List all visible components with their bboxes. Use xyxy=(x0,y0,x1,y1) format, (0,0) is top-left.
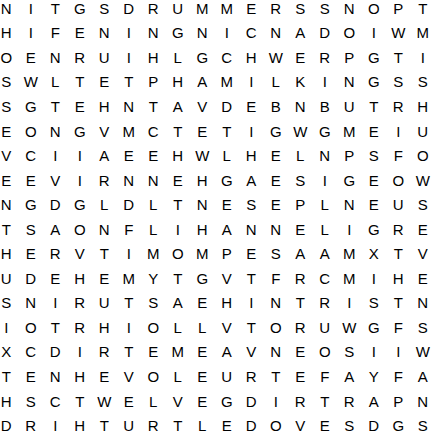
grid-cell[interactable]: E xyxy=(19,168,44,193)
grid-cell[interactable]: E xyxy=(288,217,313,242)
grid-cell[interactable]: N xyxy=(264,340,289,365)
grid-cell[interactable]: L xyxy=(141,217,166,242)
grid-cell[interactable]: I xyxy=(386,119,411,144)
grid-cell[interactable]: I xyxy=(411,45,436,70)
grid-cell[interactable]: H xyxy=(166,143,191,168)
grid-cell[interactable]: E xyxy=(239,94,264,119)
grid-cell[interactable]: G xyxy=(68,0,93,21)
grid-cell[interactable]: I xyxy=(68,143,93,168)
grid-cell[interactable]: B xyxy=(313,94,338,119)
grid-cell[interactable]: W xyxy=(264,45,289,70)
grid-cell[interactable]: O xyxy=(264,413,289,436)
grid-cell[interactable]: E xyxy=(411,266,436,291)
grid-cell[interactable]: L xyxy=(141,389,166,414)
grid-cell[interactable]: V xyxy=(190,94,215,119)
grid-cell[interactable]: E xyxy=(0,168,19,193)
grid-cell[interactable]: I xyxy=(68,340,93,365)
grid-cell[interactable]: C xyxy=(215,45,240,70)
grid-cell[interactable]: N xyxy=(141,168,166,193)
grid-cell[interactable]: A xyxy=(43,217,68,242)
grid-cell[interactable]: N xyxy=(43,364,68,389)
grid-cell[interactable]: S xyxy=(19,217,44,242)
grid-cell[interactable]: C xyxy=(43,389,68,414)
grid-cell[interactable]: S xyxy=(411,413,436,436)
grid-cell[interactable]: V xyxy=(239,340,264,365)
grid-cell[interactable]: W xyxy=(386,21,411,46)
grid-cell[interactable]: H xyxy=(239,45,264,70)
grid-cell[interactable]: U xyxy=(166,0,191,21)
grid-cell[interactable]: L xyxy=(190,413,215,436)
grid-cell[interactable]: S xyxy=(239,192,264,217)
grid-cell[interactable]: I xyxy=(215,21,240,46)
grid-cell[interactable]: N xyxy=(141,21,166,46)
grid-cell[interactable]: R xyxy=(313,291,338,316)
grid-cell[interactable]: S xyxy=(313,0,338,21)
grid-cell[interactable]: E xyxy=(92,364,117,389)
grid-cell[interactable]: I xyxy=(239,291,264,316)
grid-cell[interactable]: F xyxy=(386,143,411,168)
grid-cell[interactable]: R xyxy=(68,291,93,316)
grid-cell[interactable]: L xyxy=(166,45,191,70)
grid-cell[interactable]: B xyxy=(264,94,289,119)
grid-cell[interactable]: A xyxy=(166,291,191,316)
grid-cell[interactable]: I xyxy=(313,70,338,95)
grid-cell[interactable]: S xyxy=(411,70,436,95)
grid-cell[interactable]: E xyxy=(215,413,240,436)
grid-cell[interactable]: I xyxy=(362,340,387,365)
grid-cell[interactable]: T xyxy=(239,266,264,291)
grid-cell[interactable]: N xyxy=(92,21,117,46)
grid-cell[interactable]: P xyxy=(337,143,362,168)
grid-cell[interactable]: E xyxy=(68,21,93,46)
grid-cell[interactable]: V xyxy=(43,168,68,193)
grid-cell[interactable]: D xyxy=(215,94,240,119)
grid-cell[interactable]: E xyxy=(43,266,68,291)
grid-cell[interactable]: P xyxy=(337,45,362,70)
grid-cell[interactable]: T xyxy=(68,389,93,414)
grid-cell[interactable]: R xyxy=(141,413,166,436)
grid-cell[interactable]: T xyxy=(43,315,68,340)
grid-cell[interactable]: S xyxy=(337,413,362,436)
grid-cell[interactable]: E xyxy=(288,45,313,70)
grid-cell[interactable]: I xyxy=(43,143,68,168)
grid-cell[interactable]: X xyxy=(0,340,19,365)
grid-cell[interactable]: V xyxy=(411,241,436,266)
grid-cell[interactable]: E xyxy=(362,119,387,144)
grid-cell[interactable]: D xyxy=(239,389,264,414)
grid-cell[interactable]: S xyxy=(0,291,19,316)
grid-cell[interactable]: E xyxy=(19,45,44,70)
grid-cell[interactable]: T xyxy=(0,217,19,242)
grid-cell[interactable]: R xyxy=(92,340,117,365)
grid-cell[interactable]: H xyxy=(239,143,264,168)
grid-cell[interactable]: N xyxy=(264,291,289,316)
grid-cell[interactable]: E xyxy=(68,94,93,119)
grid-cell[interactable]: E xyxy=(190,340,215,365)
grid-cell[interactable]: C xyxy=(19,143,44,168)
grid-cell[interactable]: A xyxy=(239,168,264,193)
grid-cell[interactable]: T xyxy=(117,340,142,365)
grid-cell[interactable]: O xyxy=(386,168,411,193)
grid-cell[interactable]: T xyxy=(92,413,117,436)
grid-cell[interactable]: O xyxy=(264,315,289,340)
grid-cell[interactable]: G xyxy=(19,94,44,119)
grid-cell[interactable]: G xyxy=(190,45,215,70)
grid-cell[interactable]: N xyxy=(337,192,362,217)
grid-cell[interactable]: Y xyxy=(362,364,387,389)
grid-cell[interactable]: T xyxy=(239,315,264,340)
grid-cell[interactable]: L xyxy=(313,217,338,242)
grid-cell[interactable]: T xyxy=(166,119,191,144)
grid-cell[interactable]: U xyxy=(313,315,338,340)
grid-cell[interactable]: I xyxy=(166,217,191,242)
grid-cell[interactable]: R xyxy=(337,389,362,414)
grid-cell[interactable]: C xyxy=(141,119,166,144)
grid-cell[interactable]: G xyxy=(215,168,240,193)
grid-cell[interactable]: N xyxy=(337,0,362,21)
grid-cell[interactable]: W xyxy=(92,389,117,414)
grid-cell[interactable]: T xyxy=(92,241,117,266)
grid-cell[interactable]: R xyxy=(288,315,313,340)
grid-cell[interactable]: F xyxy=(313,364,338,389)
grid-cell[interactable]: L xyxy=(190,315,215,340)
grid-cell[interactable]: G xyxy=(68,192,93,217)
grid-cell[interactable]: N xyxy=(43,45,68,70)
grid-cell[interactable]: E xyxy=(239,241,264,266)
grid-cell[interactable]: M xyxy=(337,266,362,291)
grid-cell[interactable]: M xyxy=(190,241,215,266)
grid-cell[interactable]: S xyxy=(337,340,362,365)
grid-cell[interactable]: M xyxy=(337,241,362,266)
grid-cell[interactable]: H xyxy=(166,70,191,95)
grid-cell[interactable]: S xyxy=(362,291,387,316)
grid-cell[interactable]: T xyxy=(166,413,191,436)
grid-cell[interactable]: A xyxy=(288,21,313,46)
grid-cell[interactable]: G xyxy=(337,168,362,193)
grid-cell[interactable]: E xyxy=(141,143,166,168)
grid-cell[interactable]: N xyxy=(92,217,117,242)
grid-cell[interactable]: P xyxy=(141,70,166,95)
grid-cell[interactable]: S xyxy=(411,192,436,217)
grid-cell[interactable]: N xyxy=(117,94,142,119)
grid-cell[interactable]: R xyxy=(92,168,117,193)
grid-cell[interactable]: G xyxy=(264,119,289,144)
grid-cell[interactable]: V xyxy=(215,315,240,340)
grid-cell[interactable]: H xyxy=(0,21,19,46)
grid-cell[interactable]: G xyxy=(386,413,411,436)
grid-cell[interactable]: P xyxy=(386,389,411,414)
grid-cell[interactable]: W xyxy=(411,340,436,365)
grid-cell[interactable]: D xyxy=(239,413,264,436)
grid-cell[interactable]: H xyxy=(0,389,19,414)
grid-cell[interactable]: U xyxy=(117,413,142,436)
grid-cell[interactable]: I xyxy=(117,315,142,340)
grid-cell[interactable]: T xyxy=(0,364,19,389)
grid-cell[interactable]: E xyxy=(411,217,436,242)
grid-cell[interactable]: V xyxy=(92,119,117,144)
grid-cell[interactable]: R xyxy=(313,45,338,70)
grid-cell[interactable]: E xyxy=(0,119,19,144)
grid-cell[interactable]: H xyxy=(0,241,19,266)
grid-cell[interactable]: W xyxy=(19,70,44,95)
grid-cell[interactable]: L xyxy=(141,192,166,217)
grid-cell[interactable]: N xyxy=(337,70,362,95)
grid-cell[interactable]: C xyxy=(19,340,44,365)
grid-cell[interactable]: C xyxy=(239,21,264,46)
grid-cell[interactable]: U xyxy=(92,45,117,70)
grid-cell[interactable]: S xyxy=(264,241,289,266)
grid-cell[interactable]: R xyxy=(239,364,264,389)
grid-cell[interactable]: N xyxy=(19,291,44,316)
grid-cell[interactable]: S xyxy=(288,0,313,21)
grid-cell[interactable]: A xyxy=(215,340,240,365)
grid-cell[interactable]: N xyxy=(313,143,338,168)
grid-cell[interactable]: E xyxy=(288,364,313,389)
grid-cell[interactable]: N xyxy=(43,119,68,144)
grid-cell[interactable]: E xyxy=(117,389,142,414)
grid-cell[interactable]: I xyxy=(313,168,338,193)
grid-cell[interactable]: H xyxy=(386,266,411,291)
grid-cell[interactable]: O xyxy=(19,119,44,144)
grid-cell[interactable]: H xyxy=(92,94,117,119)
grid-cell[interactable]: R xyxy=(264,0,289,21)
grid-cell[interactable]: Y xyxy=(141,266,166,291)
grid-cell[interactable]: I xyxy=(43,413,68,436)
grid-cell[interactable]: T xyxy=(288,291,313,316)
grid-cell[interactable]: H xyxy=(411,94,436,119)
grid-cell[interactable]: W xyxy=(411,168,436,193)
grid-cell[interactable]: N xyxy=(411,389,436,414)
grid-cell[interactable]: I xyxy=(0,315,19,340)
grid-cell[interactable]: I xyxy=(239,70,264,95)
grid-cell[interactable]: W xyxy=(337,315,362,340)
grid-cell[interactable]: D xyxy=(0,413,19,436)
grid-cell[interactable]: T xyxy=(313,389,338,414)
grid-cell[interactable]: I xyxy=(68,168,93,193)
grid-cell[interactable]: G xyxy=(362,217,387,242)
grid-cell[interactable]: E xyxy=(19,241,44,266)
grid-cell[interactable]: H xyxy=(68,364,93,389)
grid-cell[interactable]: R xyxy=(19,413,44,436)
grid-cell[interactable]: G xyxy=(362,70,387,95)
grid-cell[interactable]: W xyxy=(190,143,215,168)
grid-cell[interactable]: H xyxy=(68,266,93,291)
grid-cell[interactable]: G xyxy=(68,119,93,144)
grid-cell[interactable]: E xyxy=(190,291,215,316)
grid-cell[interactable]: I xyxy=(19,21,44,46)
grid-cell[interactable]: N xyxy=(264,217,289,242)
grid-cell[interactable]: T xyxy=(166,192,191,217)
grid-cell[interactable]: R xyxy=(68,45,93,70)
grid-cell[interactable]: M xyxy=(166,340,191,365)
grid-cell[interactable]: G xyxy=(362,315,387,340)
grid-cell[interactable]: G xyxy=(19,192,44,217)
grid-cell[interactable]: M xyxy=(117,266,142,291)
grid-cell[interactable]: N xyxy=(411,291,436,316)
grid-cell[interactable]: K xyxy=(288,70,313,95)
grid-cell[interactable]: S xyxy=(0,94,19,119)
grid-cell[interactable]: N xyxy=(0,0,19,21)
grid-cell[interactable]: N xyxy=(190,21,215,46)
grid-cell[interactable]: A xyxy=(92,143,117,168)
grid-cell[interactable]: M xyxy=(215,70,240,95)
grid-cell[interactable]: L xyxy=(43,70,68,95)
grid-cell[interactable]: U xyxy=(411,119,436,144)
grid-cell[interactable]: V xyxy=(288,413,313,436)
grid-cell[interactable]: T xyxy=(362,94,387,119)
grid-cell[interactable]: U xyxy=(386,192,411,217)
grid-cell[interactable]: R xyxy=(43,241,68,266)
grid-cell[interactable]: O xyxy=(141,364,166,389)
grid-cell[interactable]: U xyxy=(92,291,117,316)
grid-cell[interactable]: D xyxy=(43,192,68,217)
grid-cell[interactable]: X xyxy=(362,241,387,266)
grid-cell[interactable]: M xyxy=(215,0,240,21)
grid-cell[interactable]: S xyxy=(19,389,44,414)
grid-cell[interactable]: W xyxy=(288,119,313,144)
grid-cell[interactable]: A xyxy=(190,70,215,95)
grid-cell[interactable]: A xyxy=(337,364,362,389)
grid-cell[interactable]: V xyxy=(215,266,240,291)
grid-cell[interactable]: T xyxy=(117,291,142,316)
grid-cell[interactable]: G xyxy=(362,45,387,70)
grid-cell[interactable]: O xyxy=(411,143,436,168)
grid-cell[interactable]: E xyxy=(117,143,142,168)
grid-cell[interactable]: A xyxy=(411,364,436,389)
grid-cell[interactable]: G xyxy=(215,389,240,414)
grid-cell[interactable]: A xyxy=(313,241,338,266)
grid-cell[interactable]: N xyxy=(239,217,264,242)
grid-cell[interactable]: E xyxy=(215,192,240,217)
grid-cell[interactable]: D xyxy=(313,21,338,46)
grid-cell[interactable]: L xyxy=(264,70,289,95)
grid-cell[interactable]: T xyxy=(166,266,191,291)
grid-cell[interactable]: T xyxy=(264,364,289,389)
grid-cell[interactable]: L xyxy=(166,315,191,340)
grid-cell[interactable]: E xyxy=(362,192,387,217)
grid-cell[interactable]: H xyxy=(190,168,215,193)
grid-cell[interactable]: H xyxy=(68,413,93,436)
grid-cell[interactable]: L xyxy=(166,364,191,389)
grid-cell[interactable]: V xyxy=(0,143,19,168)
grid-cell[interactable]: T xyxy=(386,291,411,316)
grid-cell[interactable]: E xyxy=(264,143,289,168)
grid-cell[interactable]: I xyxy=(117,241,142,266)
grid-cell[interactable]: S xyxy=(362,143,387,168)
grid-cell[interactable]: I xyxy=(362,21,387,46)
grid-cell[interactable]: M xyxy=(190,0,215,21)
grid-cell[interactable]: L xyxy=(313,192,338,217)
grid-cell[interactable]: G xyxy=(166,21,191,46)
grid-cell[interactable]: E xyxy=(92,266,117,291)
grid-cell[interactable]: U xyxy=(337,94,362,119)
grid-cell[interactable]: I xyxy=(264,389,289,414)
grid-cell[interactable]: I xyxy=(337,291,362,316)
grid-cell[interactable]: N xyxy=(190,192,215,217)
grid-cell[interactable]: S xyxy=(288,168,313,193)
grid-cell[interactable]: U xyxy=(215,364,240,389)
grid-cell[interactable]: O xyxy=(0,45,19,70)
grid-cell[interactable]: E xyxy=(141,340,166,365)
grid-cell[interactable]: E xyxy=(190,364,215,389)
grid-cell[interactable]: E xyxy=(92,70,117,95)
grid-cell[interactable]: I xyxy=(117,45,142,70)
grid-cell[interactable]: O xyxy=(19,315,44,340)
grid-cell[interactable]: E xyxy=(288,340,313,365)
grid-cell[interactable]: O xyxy=(362,0,387,21)
grid-cell[interactable]: T xyxy=(386,45,411,70)
grid-cell[interactable]: C xyxy=(313,266,338,291)
grid-cell[interactable]: I xyxy=(19,0,44,21)
grid-cell[interactable]: H xyxy=(190,217,215,242)
grid-cell[interactable]: O xyxy=(337,21,362,46)
grid-cell[interactable]: F xyxy=(117,217,142,242)
grid-cell[interactable]: M xyxy=(117,119,142,144)
grid-cell[interactable]: H xyxy=(92,315,117,340)
grid-cell[interactable]: A xyxy=(288,241,313,266)
grid-cell[interactable]: H xyxy=(215,291,240,316)
grid-cell[interactable]: V xyxy=(117,364,142,389)
grid-cell[interactable]: I xyxy=(337,217,362,242)
grid-cell[interactable]: S xyxy=(0,70,19,95)
grid-cell[interactable]: N xyxy=(0,192,19,217)
grid-cell[interactable]: E xyxy=(190,389,215,414)
grid-cell[interactable]: O xyxy=(166,241,191,266)
grid-cell[interactable]: R xyxy=(288,389,313,414)
grid-cell[interactable]: A xyxy=(362,389,387,414)
grid-cell[interactable]: H xyxy=(141,45,166,70)
grid-cell[interactable]: I xyxy=(362,266,387,291)
grid-cell[interactable]: T xyxy=(117,70,142,95)
grid-cell[interactable]: R xyxy=(141,0,166,21)
grid-cell[interactable]: S xyxy=(141,291,166,316)
grid-cell[interactable]: E xyxy=(190,119,215,144)
grid-cell[interactable]: L xyxy=(92,192,117,217)
grid-cell[interactable]: D xyxy=(117,192,142,217)
grid-cell[interactable]: I xyxy=(239,119,264,144)
grid-cell[interactable]: V xyxy=(68,241,93,266)
grid-cell[interactable]: T xyxy=(386,241,411,266)
grid-cell[interactable]: E xyxy=(264,192,289,217)
grid-cell[interactable]: R xyxy=(68,315,93,340)
grid-cell[interactable]: D xyxy=(117,0,142,21)
grid-cell[interactable]: L xyxy=(215,143,240,168)
grid-cell[interactable]: R xyxy=(386,94,411,119)
grid-cell[interactable]: A xyxy=(215,217,240,242)
grid-cell[interactable]: D xyxy=(19,266,44,291)
grid-cell[interactable]: U xyxy=(0,266,19,291)
grid-cell[interactable]: F xyxy=(264,266,289,291)
grid-cell[interactable]: N xyxy=(264,21,289,46)
grid-cell[interactable]: S xyxy=(411,315,436,340)
grid-cell[interactable]: E xyxy=(19,364,44,389)
grid-cell[interactable]: I xyxy=(386,340,411,365)
grid-cell[interactable]: P xyxy=(215,241,240,266)
grid-cell[interactable]: R xyxy=(386,217,411,242)
grid-cell[interactable]: I xyxy=(117,21,142,46)
grid-cell[interactable]: F xyxy=(43,21,68,46)
grid-cell[interactable]: E xyxy=(313,413,338,436)
grid-cell[interactable]: O xyxy=(313,340,338,365)
grid-cell[interactable]: T xyxy=(68,70,93,95)
grid-cell[interactable]: F xyxy=(386,315,411,340)
grid-cell[interactable]: I xyxy=(43,291,68,316)
grid-cell[interactable]: G xyxy=(313,119,338,144)
grid-cell[interactable]: T xyxy=(43,94,68,119)
grid-cell[interactable]: G xyxy=(190,266,215,291)
grid-cell[interactable]: P xyxy=(386,0,411,21)
grid-cell[interactable]: V xyxy=(166,389,191,414)
